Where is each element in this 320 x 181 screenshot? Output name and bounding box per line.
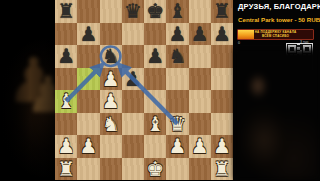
square-c7[interactable] [100, 23, 122, 46]
square-e4[interactable] [144, 90, 166, 113]
piece-white-pawn: ♟ [102, 68, 120, 91]
piece-white-pawn: ♟ [102, 90, 120, 113]
background-shade [0, 0, 55, 180]
square-f7[interactable]: ♟ [166, 23, 188, 46]
piece-black-pawn: ♟ [213, 23, 231, 46]
square-e5[interactable] [144, 68, 166, 91]
stream-frame: ♟ ♟ ♜♛♚♝♜♟♟♟♟♟♞♟♞♟♟♝♟♞♝♛♟♟♟♟♟♜♚♜ ДРУЗЬЯ,… [0, 0, 320, 180]
piece-white-pawn: ♟ [79, 135, 97, 158]
piece-black-rook: ♜ [57, 0, 75, 23]
piece-black-pawn: ♟ [79, 23, 97, 46]
square-g3[interactable] [189, 113, 211, 136]
square-f6[interactable]: ♞ [166, 45, 188, 68]
square-c5[interactable]: ♟ [100, 68, 122, 91]
square-a8[interactable]: ♜ [55, 0, 77, 23]
square-f3[interactable]: ♛ [166, 113, 188, 136]
piece-black-rook: ♜ [213, 0, 231, 23]
square-e8[interactable]: ♚ [144, 0, 166, 23]
panel-title: ДРУЗЬЯ, БЛАГОДАРЮ: [238, 2, 320, 11]
square-d2[interactable] [122, 135, 144, 158]
piece-black-pawn: ♟ [146, 45, 164, 68]
square-f1[interactable] [166, 158, 188, 181]
piece-black-pawn: ♟ [124, 68, 142, 91]
square-g4[interactable] [189, 90, 211, 113]
square-g8[interactable] [189, 0, 211, 23]
square-b6[interactable] [77, 45, 99, 68]
piece-black-knight: ♞ [102, 45, 120, 68]
square-c4[interactable]: ♟ [100, 90, 122, 113]
square-c1[interactable] [100, 158, 122, 181]
chess-board: ♜♛♚♝♜♟♟♟♟♟♞♟♞♟♟♝♟♞♝♛♟♟♟♟♟♜♚♜ [55, 0, 233, 180]
square-g5[interactable] [189, 68, 211, 91]
square-f5[interactable] [166, 68, 188, 91]
piece-black-queen: ♛ [124, 0, 142, 23]
webcam-video [234, 48, 320, 180]
square-c6[interactable]: ♞ [100, 45, 122, 68]
square-d8[interactable]: ♛ [122, 0, 144, 23]
square-e6[interactable]: ♟ [144, 45, 166, 68]
piece-black-king: ♚ [146, 0, 164, 23]
piece-white-pawn: ♟ [57, 135, 75, 158]
square-b7[interactable]: ♟ [77, 23, 99, 46]
square-d3[interactable] [122, 113, 144, 136]
piece-white-rook: ♜ [57, 158, 75, 181]
piece-white-bishop: ♝ [57, 90, 75, 113]
square-c3[interactable]: ♞ [100, 113, 122, 136]
piece-black-knight: ♞ [168, 45, 186, 68]
square-e7[interactable] [144, 23, 166, 46]
square-f2[interactable]: ♟ [166, 135, 188, 158]
square-a6[interactable]: ♟ [55, 45, 77, 68]
square-c8[interactable] [100, 0, 122, 23]
square-g1[interactable] [189, 158, 211, 181]
piece-black-bishop: ♝ [168, 0, 186, 23]
square-d7[interactable] [122, 23, 144, 46]
donation-line: Central Park tower - 50 RUB [238, 16, 320, 23]
square-b1[interactable] [77, 158, 99, 181]
piece-white-knight: ♞ [102, 113, 120, 136]
square-g7[interactable]: ♟ [189, 23, 211, 46]
piece-black-pawn: ♟ [191, 23, 209, 46]
square-a7[interactable] [55, 23, 77, 46]
piece-white-bishop: ♝ [146, 113, 164, 136]
square-h5[interactable] [211, 68, 233, 91]
square-h6[interactable] [211, 45, 233, 68]
square-d6[interactable] [122, 45, 144, 68]
square-h8[interactable]: ♜ [211, 0, 233, 23]
square-b8[interactable] [77, 0, 99, 23]
piece-white-rook: ♜ [213, 158, 231, 181]
square-c2[interactable] [100, 135, 122, 158]
square-g2[interactable]: ♟ [189, 135, 211, 158]
square-e1[interactable]: ♚ [144, 158, 166, 181]
piece-white-king: ♚ [146, 158, 164, 181]
square-a4[interactable]: ♝ [55, 90, 77, 113]
square-g6[interactable] [189, 45, 211, 68]
square-h3[interactable] [211, 113, 233, 136]
square-e2[interactable] [144, 135, 166, 158]
square-b5[interactable] [77, 68, 99, 91]
piece-black-pawn: ♟ [168, 23, 186, 46]
progress-label-line2: ВСЕМ СПАСИБО [238, 35, 313, 38]
square-f4[interactable] [166, 90, 188, 113]
square-a2[interactable]: ♟ [55, 135, 77, 158]
square-h4[interactable] [211, 90, 233, 113]
square-d1[interactable] [122, 158, 144, 181]
piece-black-pawn: ♟ [57, 45, 75, 68]
square-h7[interactable]: ♟ [211, 23, 233, 46]
square-d5[interactable]: ♟ [122, 68, 144, 91]
square-b3[interactable] [77, 113, 99, 136]
square-b4[interactable] [77, 90, 99, 113]
square-b2[interactable]: ♟ [77, 135, 99, 158]
background-left-strip: ♟ ♟ [0, 0, 55, 180]
square-e3[interactable]: ♝ [144, 113, 166, 136]
square-a1[interactable]: ♜ [55, 158, 77, 181]
piece-white-pawn: ♟ [168, 135, 186, 158]
square-h1[interactable]: ♜ [211, 158, 233, 181]
square-d4[interactable] [122, 90, 144, 113]
square-a5[interactable] [55, 68, 77, 91]
donation-progress-bar: НА ПОДДЕРЖКУ КАНАЛА ВСЕМ СПАСИБО [237, 29, 314, 40]
piece-white-pawn: ♟ [213, 135, 231, 158]
progress-scale-min: 0 [238, 41, 240, 45]
piece-white-queen: ♛ [168, 113, 186, 136]
square-f8[interactable]: ♝ [166, 0, 188, 23]
square-a3[interactable] [55, 113, 77, 136]
square-h2[interactable]: ♟ [211, 135, 233, 158]
progress-label: НА ПОДДЕРЖКУ КАНАЛА ВСЕМ СПАСИБО [238, 30, 313, 39]
piece-white-pawn: ♟ [191, 135, 209, 158]
